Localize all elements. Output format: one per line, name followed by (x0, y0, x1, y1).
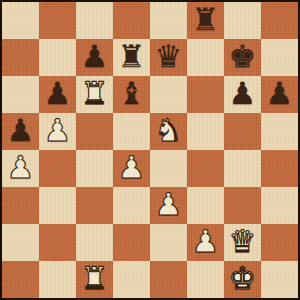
square-d6[interactable]: ♝ (113, 76, 150, 113)
square-d5[interactable] (113, 113, 150, 150)
square-d1[interactable] (113, 261, 150, 298)
square-e1[interactable] (150, 261, 187, 298)
square-f2[interactable]: ♟ (187, 224, 224, 261)
square-e2[interactable] (150, 224, 187, 261)
square-c4[interactable] (76, 150, 113, 187)
square-b2[interactable] (39, 224, 76, 261)
piece-white-knight[interactable]: ♞ (155, 115, 183, 146)
square-h2[interactable] (261, 224, 298, 261)
square-g4[interactable] (224, 150, 261, 187)
piece-white-pawn[interactable]: ♟ (192, 226, 220, 257)
piece-white-queen[interactable]: ♛ (229, 226, 257, 257)
square-a7[interactable] (2, 39, 39, 76)
square-g8[interactable] (224, 2, 261, 39)
square-c3[interactable] (76, 187, 113, 224)
chess-board-wrapper: ♜♟♜♛♚♟♜♝♟♟♟♟♞♟♟♟♟♛♜♚ (0, 0, 300, 300)
square-c6[interactable]: ♜ (76, 76, 113, 113)
square-f5[interactable] (187, 113, 224, 150)
square-g5[interactable] (224, 113, 261, 150)
piece-white-pawn[interactable]: ♟ (118, 152, 146, 183)
piece-white-rook[interactable]: ♜ (81, 78, 109, 109)
piece-white-king[interactable]: ♚ (229, 263, 257, 294)
piece-white-pawn[interactable]: ♟ (155, 189, 183, 220)
square-h5[interactable] (261, 113, 298, 150)
square-a6[interactable] (2, 76, 39, 113)
piece-black-pawn[interactable]: ♟ (229, 78, 257, 109)
piece-black-king[interactable]: ♚ (229, 41, 257, 72)
square-b1[interactable] (39, 261, 76, 298)
square-a3[interactable] (2, 187, 39, 224)
piece-black-bishop[interactable]: ♝ (118, 78, 146, 109)
square-h3[interactable] (261, 187, 298, 224)
square-a1[interactable] (2, 261, 39, 298)
square-f4[interactable] (187, 150, 224, 187)
piece-white-rook[interactable]: ♜ (81, 263, 109, 294)
square-c1[interactable]: ♜ (76, 261, 113, 298)
square-a5[interactable]: ♟ (2, 113, 39, 150)
square-d3[interactable] (113, 187, 150, 224)
square-d2[interactable] (113, 224, 150, 261)
square-c2[interactable] (76, 224, 113, 261)
square-h8[interactable] (261, 2, 298, 39)
square-g3[interactable] (224, 187, 261, 224)
piece-black-rook[interactable]: ♜ (192, 4, 220, 35)
square-f7[interactable] (187, 39, 224, 76)
square-h1[interactable] (261, 261, 298, 298)
square-g1[interactable]: ♚ (224, 261, 261, 298)
piece-black-pawn[interactable]: ♟ (44, 78, 72, 109)
square-c7[interactable]: ♟ (76, 39, 113, 76)
square-d8[interactable] (113, 2, 150, 39)
square-e3[interactable]: ♟ (150, 187, 187, 224)
square-h6[interactable]: ♟ (261, 76, 298, 113)
square-a2[interactable] (2, 224, 39, 261)
square-b4[interactable] (39, 150, 76, 187)
square-f1[interactable] (187, 261, 224, 298)
square-g6[interactable]: ♟ (224, 76, 261, 113)
square-f6[interactable] (187, 76, 224, 113)
piece-black-queen[interactable]: ♛ (155, 41, 183, 72)
square-g2[interactable]: ♛ (224, 224, 261, 261)
square-f8[interactable]: ♜ (187, 2, 224, 39)
piece-black-pawn[interactable]: ♟ (266, 78, 294, 109)
piece-white-pawn[interactable]: ♟ (44, 115, 72, 146)
square-c8[interactable] (76, 2, 113, 39)
square-a8[interactable] (2, 2, 39, 39)
square-e4[interactable] (150, 150, 187, 187)
square-e7[interactable]: ♛ (150, 39, 187, 76)
square-b7[interactable] (39, 39, 76, 76)
square-b5[interactable]: ♟ (39, 113, 76, 150)
square-d7[interactable]: ♜ (113, 39, 150, 76)
piece-black-pawn[interactable]: ♟ (81, 41, 109, 72)
square-e5[interactable]: ♞ (150, 113, 187, 150)
piece-black-pawn[interactable]: ♟ (7, 115, 35, 146)
square-h7[interactable] (261, 39, 298, 76)
square-a4[interactable]: ♟ (2, 150, 39, 187)
square-b6[interactable]: ♟ (39, 76, 76, 113)
square-g7[interactable]: ♚ (224, 39, 261, 76)
square-b8[interactable] (39, 2, 76, 39)
square-e6[interactable] (150, 76, 187, 113)
square-e8[interactable] (150, 2, 187, 39)
square-d4[interactable]: ♟ (113, 150, 150, 187)
chess-board: ♜♟♜♛♚♟♜♝♟♟♟♟♞♟♟♟♟♛♜♚ (0, 0, 300, 300)
piece-white-pawn[interactable]: ♟ (7, 152, 35, 183)
square-h4[interactable] (261, 150, 298, 187)
square-c5[interactable] (76, 113, 113, 150)
square-f3[interactable] (187, 187, 224, 224)
piece-black-rook[interactable]: ♜ (118, 41, 146, 72)
square-b3[interactable] (39, 187, 76, 224)
